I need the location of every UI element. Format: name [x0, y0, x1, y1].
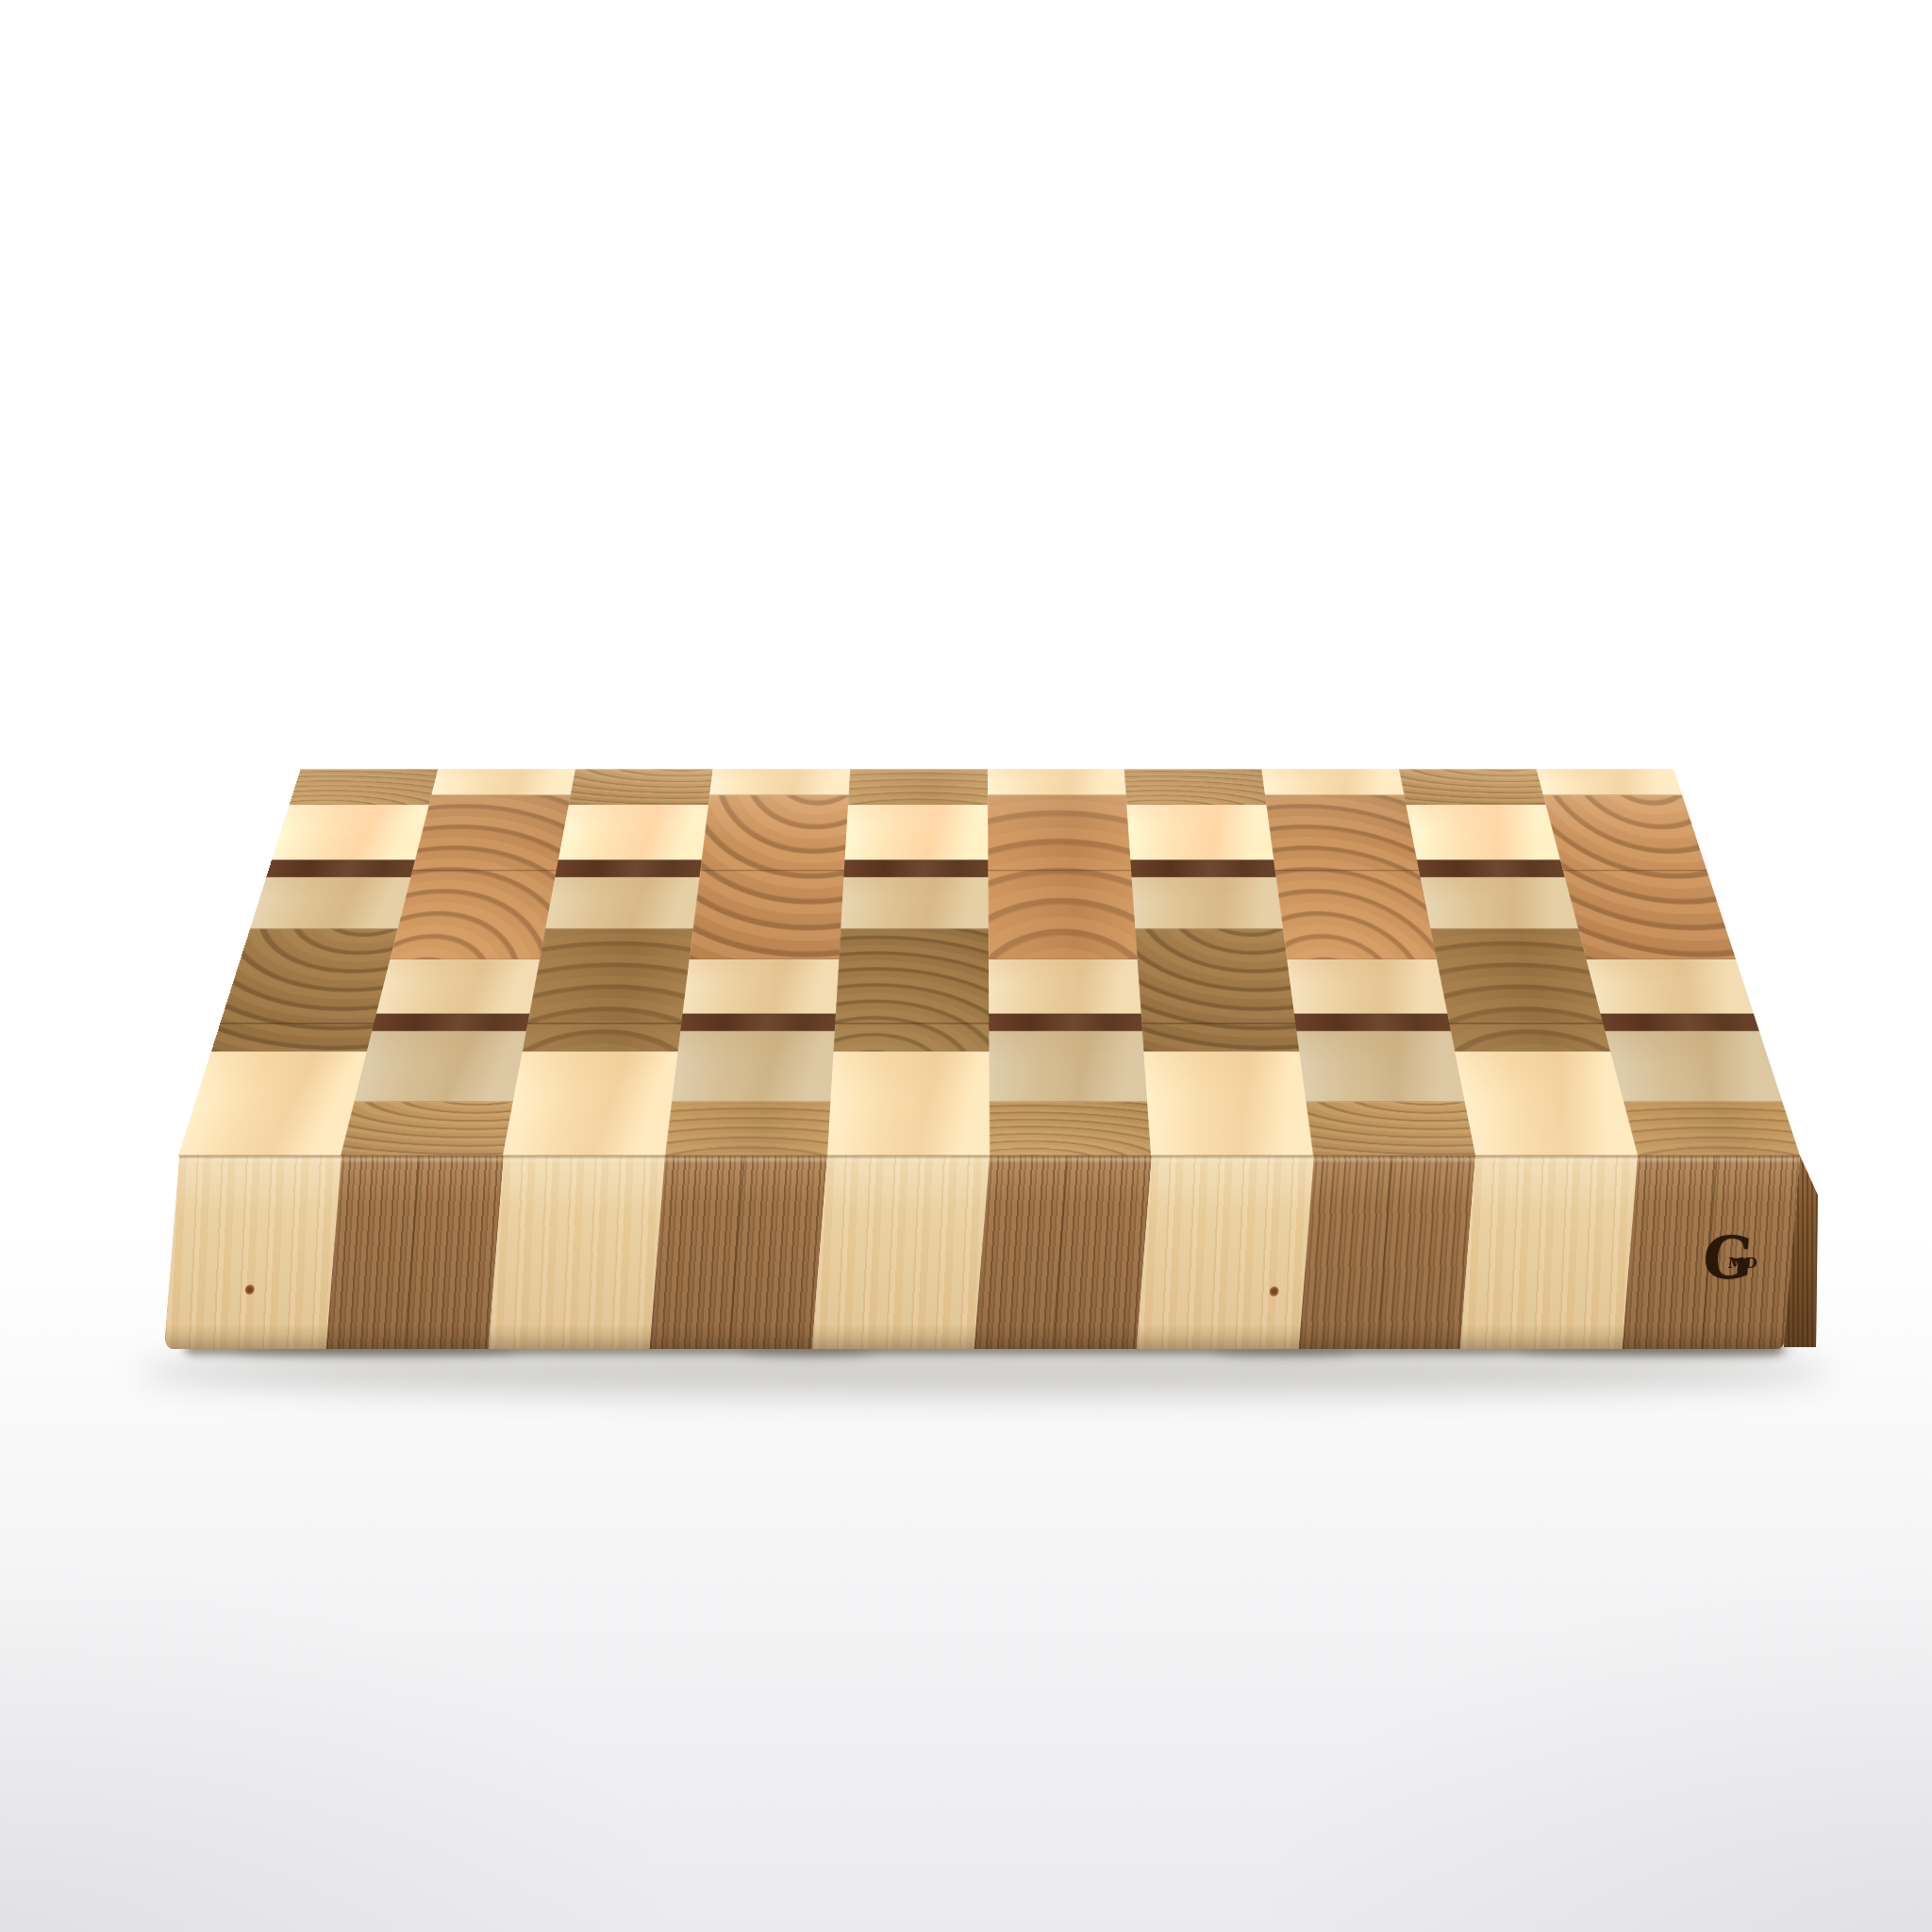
- oak-block: [1307, 1102, 1476, 1156]
- maple-block: [178, 1052, 367, 1156]
- walnut-block: [1601, 1014, 1759, 1031]
- oak-block: [848, 769, 988, 805]
- walnut-block: [843, 860, 988, 877]
- front-stripes: [164, 1156, 1800, 1349]
- walnut-block: [1131, 860, 1276, 877]
- maple-block: [709, 769, 850, 795]
- oak-block: [341, 1102, 513, 1156]
- board-top-surface: [178, 769, 1800, 1156]
- maple-block: [503, 1052, 677, 1156]
- walnut-block: [555, 860, 701, 877]
- maple-block: [827, 1052, 990, 1156]
- maple-block: [1127, 805, 1274, 860]
- oak-block: [665, 1102, 830, 1156]
- maple-block: [1144, 1052, 1314, 1156]
- front-stripe-2-oak: [326, 1156, 504, 1349]
- oak-block: [1124, 769, 1267, 805]
- maple-block: [1587, 959, 1754, 1014]
- oak-block: [290, 769, 439, 805]
- maple-block: [354, 1031, 525, 1102]
- walnut-block: [266, 860, 414, 877]
- product-photo: G MD: [0, 0, 1932, 1932]
- front-stripe-3-maple: [488, 1156, 665, 1349]
- maple-block: [1297, 1031, 1465, 1102]
- oak-block: [522, 929, 692, 1052]
- walnut-block: [680, 1014, 835, 1031]
- maple-block: [1407, 805, 1560, 860]
- maple-block: [1421, 877, 1578, 929]
- front-stripe-4-oak: [650, 1156, 827, 1349]
- front-stripe-1-maple: [164, 1156, 341, 1349]
- maple-block: [844, 805, 988, 860]
- board-front-face: G MD: [164, 1156, 1800, 1349]
- maple-block: [989, 1031, 1148, 1102]
- maple-block: [672, 1031, 835, 1102]
- maple-block: [1537, 769, 1683, 795]
- front-stripe-6-oak: [974, 1156, 1152, 1349]
- oak-block: [989, 1102, 1151, 1156]
- front-stripe-8-oak: [1298, 1156, 1475, 1349]
- maple-block: [431, 769, 575, 795]
- oak-block: [1136, 929, 1300, 1052]
- oak-block: [988, 795, 1138, 959]
- maple-block: [988, 959, 1141, 1014]
- walnut-block: [1294, 1014, 1451, 1031]
- walnut-block: [1417, 860, 1565, 877]
- maple-block: [841, 877, 988, 929]
- maple-block: [1606, 1031, 1783, 1102]
- maple-block: [272, 805, 429, 860]
- oak-block: [689, 795, 848, 959]
- front-stripe-7-maple: [1137, 1156, 1314, 1349]
- maple-block: [1288, 959, 1448, 1014]
- walnut-block: [372, 1014, 529, 1031]
- oak-block: [833, 929, 989, 1052]
- oak-block: [1399, 769, 1546, 805]
- maple-block: [545, 877, 699, 929]
- front-stripe-9-maple: [1460, 1156, 1638, 1349]
- maple-block: [376, 959, 540, 1014]
- front-stripe-5-maple: [812, 1156, 990, 1349]
- maple-block: [682, 959, 839, 1014]
- walnut-block: [989, 1014, 1143, 1031]
- oak-block: [1624, 1102, 1800, 1156]
- board-strip-6-type-B: [987, 769, 1151, 1156]
- oak-block: [569, 769, 713, 805]
- maple-block: [1262, 769, 1405, 795]
- maple-block: [1132, 877, 1283, 929]
- maple-block: [250, 877, 410, 929]
- logo-letters-md: MD: [1727, 1255, 1758, 1272]
- maple-block: [1455, 1052, 1638, 1156]
- maker-logo: G MD: [1700, 1233, 1765, 1295]
- maple-block: [558, 805, 708, 860]
- maple-block: [987, 769, 1125, 795]
- board-strip-5-type-A: [827, 769, 990, 1156]
